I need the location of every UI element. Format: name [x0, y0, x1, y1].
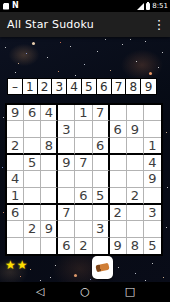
- sudoku-cell-r5c4[interactable]: [58, 171, 75, 187]
- sudoku-cell-r2c9[interactable]: [144, 121, 161, 137]
- sudoku-cell-r3c5[interactable]: [75, 138, 92, 155]
- numpad-key-4[interactable]: 4: [67, 79, 82, 94]
- sudoku-cell-r9c7[interactable]: 9: [110, 238, 127, 254]
- sudoku-cell-r7c8[interactable]: [127, 205, 144, 221]
- sudoku-cell-r2c2[interactable]: [24, 121, 41, 137]
- status-bar: N 8:51: [0, 0, 170, 12]
- sudoku-cell-r9c3[interactable]: [41, 238, 58, 254]
- sd-card-icon: [3, 3, 9, 10]
- sudoku-cell-r8c1[interactable]: [7, 221, 24, 237]
- sudoku-cell-r6c6[interactable]: 5: [93, 188, 110, 205]
- sudoku-cell-r9c8[interactable]: 8: [127, 238, 144, 254]
- sudoku-cell-r3c8[interactable]: [127, 138, 144, 155]
- sudoku-cell-r7c4[interactable]: 7: [58, 205, 75, 221]
- star-rating: ★★: [5, 258, 29, 272]
- sudoku-cell-r4c7[interactable]: [110, 155, 127, 171]
- sudoku-cell-r7c3[interactable]: [41, 205, 58, 221]
- sudoku-cell-r6c1[interactable]: 1: [7, 188, 24, 205]
- numpad-key-erase[interactable]: –: [8, 79, 23, 94]
- numpad-key-7[interactable]: 7: [112, 79, 127, 94]
- sudoku-cell-r9c2[interactable]: [24, 238, 41, 254]
- sudoku-cell-r2c6[interactable]: [93, 121, 110, 137]
- sudoku-cell-r8c4[interactable]: [58, 221, 75, 237]
- sudoku-cell-r1c6[interactable]: 7: [93, 105, 110, 121]
- sudoku-cell-r2c7[interactable]: 6: [110, 121, 127, 137]
- sudoku-cell-r3c7[interactable]: [110, 138, 127, 155]
- sudoku-cell-r6c7[interactable]: [110, 188, 127, 205]
- sudoku-cell-r4c4[interactable]: 9: [58, 155, 75, 171]
- sudoku-cell-r1c9[interactable]: [144, 105, 161, 121]
- overflow-menu-button[interactable]: ⋮: [150, 12, 168, 37]
- screen: N 8:51 All Star Sudoku ⋮ –123456789 9641…: [0, 0, 170, 302]
- sudoku-cell-r7c9[interactable]: 3: [144, 205, 161, 221]
- vertical-ellipsis-icon: ⋮: [153, 17, 166, 32]
- sudoku-cell-r9c1[interactable]: [7, 238, 24, 254]
- sudoku-cell-r1c1[interactable]: 9: [7, 105, 24, 121]
- sudoku-cell-r9c4[interactable]: 6: [58, 238, 75, 254]
- numpad-key-9[interactable]: 9: [141, 79, 156, 94]
- sudoku-cell-r6c2[interactable]: [24, 188, 41, 205]
- sudoku-cell-r4c8[interactable]: [127, 155, 144, 171]
- status-left-icons: N: [3, 2, 19, 10]
- status-right-icons: 8:51: [137, 1, 168, 11]
- stars-decoration: [0, 37, 1, 38]
- numpad-key-2[interactable]: 2: [38, 79, 53, 94]
- sudoku-cell-r2c3[interactable]: [41, 121, 58, 137]
- sudoku-cell-r6c9[interactable]: [144, 188, 161, 205]
- sudoku-cell-r1c5[interactable]: 1: [75, 105, 92, 121]
- battery-icon: [146, 3, 150, 10]
- sudoku-cell-r6c3[interactable]: [41, 188, 58, 205]
- number-pad: –123456789: [7, 78, 157, 95]
- sudoku-cell-r1c3[interactable]: 4: [41, 105, 58, 121]
- sudoku-cell-r8c7[interactable]: [110, 221, 127, 237]
- sudoku-cell-r5c8[interactable]: [127, 171, 144, 187]
- sudoku-cell-r5c5[interactable]: [75, 171, 92, 187]
- home-button[interactable]: ○: [77, 282, 93, 302]
- sudoku-cell-r5c1[interactable]: 4: [7, 171, 24, 187]
- sudoku-cell-r9c5[interactable]: 2: [75, 238, 92, 254]
- eraser-icon: [95, 263, 109, 273]
- sudoku-cell-r8c2[interactable]: 2: [24, 221, 41, 237]
- cellular-signal-icon: [137, 3, 144, 10]
- numpad-key-8[interactable]: 8: [126, 79, 141, 94]
- sudoku-cell-r5c6[interactable]: [93, 171, 110, 187]
- sudoku-cell-r3c1[interactable]: 2: [7, 138, 24, 155]
- sudoku-cell-r4c5[interactable]: 7: [75, 155, 92, 171]
- numpad-key-6[interactable]: 6: [97, 79, 112, 94]
- sudoku-cell-r3c4[interactable]: [58, 138, 75, 155]
- android-nav-bar: ◁ ○ □: [0, 282, 170, 302]
- app-title: All Star Sudoku: [0, 18, 94, 31]
- back-button[interactable]: ◁: [32, 282, 48, 302]
- sudoku-cell-r2c4[interactable]: 3: [58, 121, 75, 137]
- sudoku-cell-r8c8[interactable]: [127, 221, 144, 237]
- sudoku-cell-r5c7[interactable]: [110, 171, 127, 187]
- sudoku-cell-r7c7[interactable]: 2: [110, 205, 127, 221]
- sudoku-cell-r4c9[interactable]: 4: [144, 155, 161, 171]
- sudoku-cell-r8c5[interactable]: [75, 221, 92, 237]
- sudoku-cell-r3c6[interactable]: 6: [93, 138, 110, 155]
- sudoku-cell-r5c3[interactable]: [41, 171, 58, 187]
- app-bar: All Star Sudoku ⋮: [0, 12, 170, 37]
- sudoku-cell-r9c6[interactable]: [93, 238, 110, 254]
- sudoku-cell-r2c8[interactable]: 9: [127, 121, 144, 137]
- sudoku-cell-r6c8[interactable]: 2: [127, 188, 144, 205]
- sudoku-cell-r2c5[interactable]: [75, 121, 92, 137]
- sudoku-cell-r1c2[interactable]: 6: [24, 105, 41, 121]
- sudoku-cell-r2c1[interactable]: [7, 121, 24, 137]
- sudoku-cell-r5c9[interactable]: 9: [144, 171, 161, 187]
- numpad-key-1[interactable]: 1: [23, 79, 38, 94]
- nfc-icon: N: [12, 2, 19, 10]
- numpad-key-3[interactable]: 3: [52, 79, 67, 94]
- sudoku-cell-r3c9[interactable]: 1: [144, 138, 161, 155]
- sudoku-cell-r3c2[interactable]: [24, 138, 41, 155]
- sudoku-cell-r1c4[interactable]: [58, 105, 75, 121]
- sudoku-cell-r7c5[interactable]: [75, 205, 92, 221]
- sudoku-cell-r3c3[interactable]: 8: [41, 138, 58, 155]
- sudoku-cell-r4c1[interactable]: [7, 155, 24, 171]
- sudoku-cell-r4c6[interactable]: [93, 155, 110, 171]
- sudoku-board: 9641736928615974491652672329362985: [5, 103, 163, 256]
- sudoku-cell-r1c7[interactable]: [110, 105, 127, 121]
- sudoku-cell-r5c2[interactable]: [24, 171, 41, 187]
- sudoku-cell-r7c2[interactable]: [24, 205, 41, 221]
- eraser-button[interactable]: [92, 256, 113, 279]
- sudoku-cell-r1c8[interactable]: [127, 105, 144, 121]
- sudoku-cell-r4c2[interactable]: 5: [24, 155, 41, 171]
- sudoku-cell-r6c4[interactable]: [58, 188, 75, 205]
- sudoku-cell-r8c9[interactable]: [144, 221, 161, 237]
- recents-button[interactable]: □: [122, 282, 138, 302]
- numpad-key-5[interactable]: 5: [82, 79, 97, 94]
- sudoku-cell-r7c6[interactable]: [93, 205, 110, 221]
- sudoku-cell-r9c9[interactable]: 5: [144, 238, 161, 254]
- sudoku-cell-r8c6[interactable]: 3: [93, 221, 110, 237]
- sudoku-cell-r7c1[interactable]: 6: [7, 205, 24, 221]
- sudoku-cell-r8c3[interactable]: 9: [41, 221, 58, 237]
- sudoku-cell-r4c3[interactable]: [41, 155, 58, 171]
- clock-text: 8:51: [152, 1, 168, 11]
- sudoku-cell-r6c5[interactable]: 6: [75, 188, 92, 205]
